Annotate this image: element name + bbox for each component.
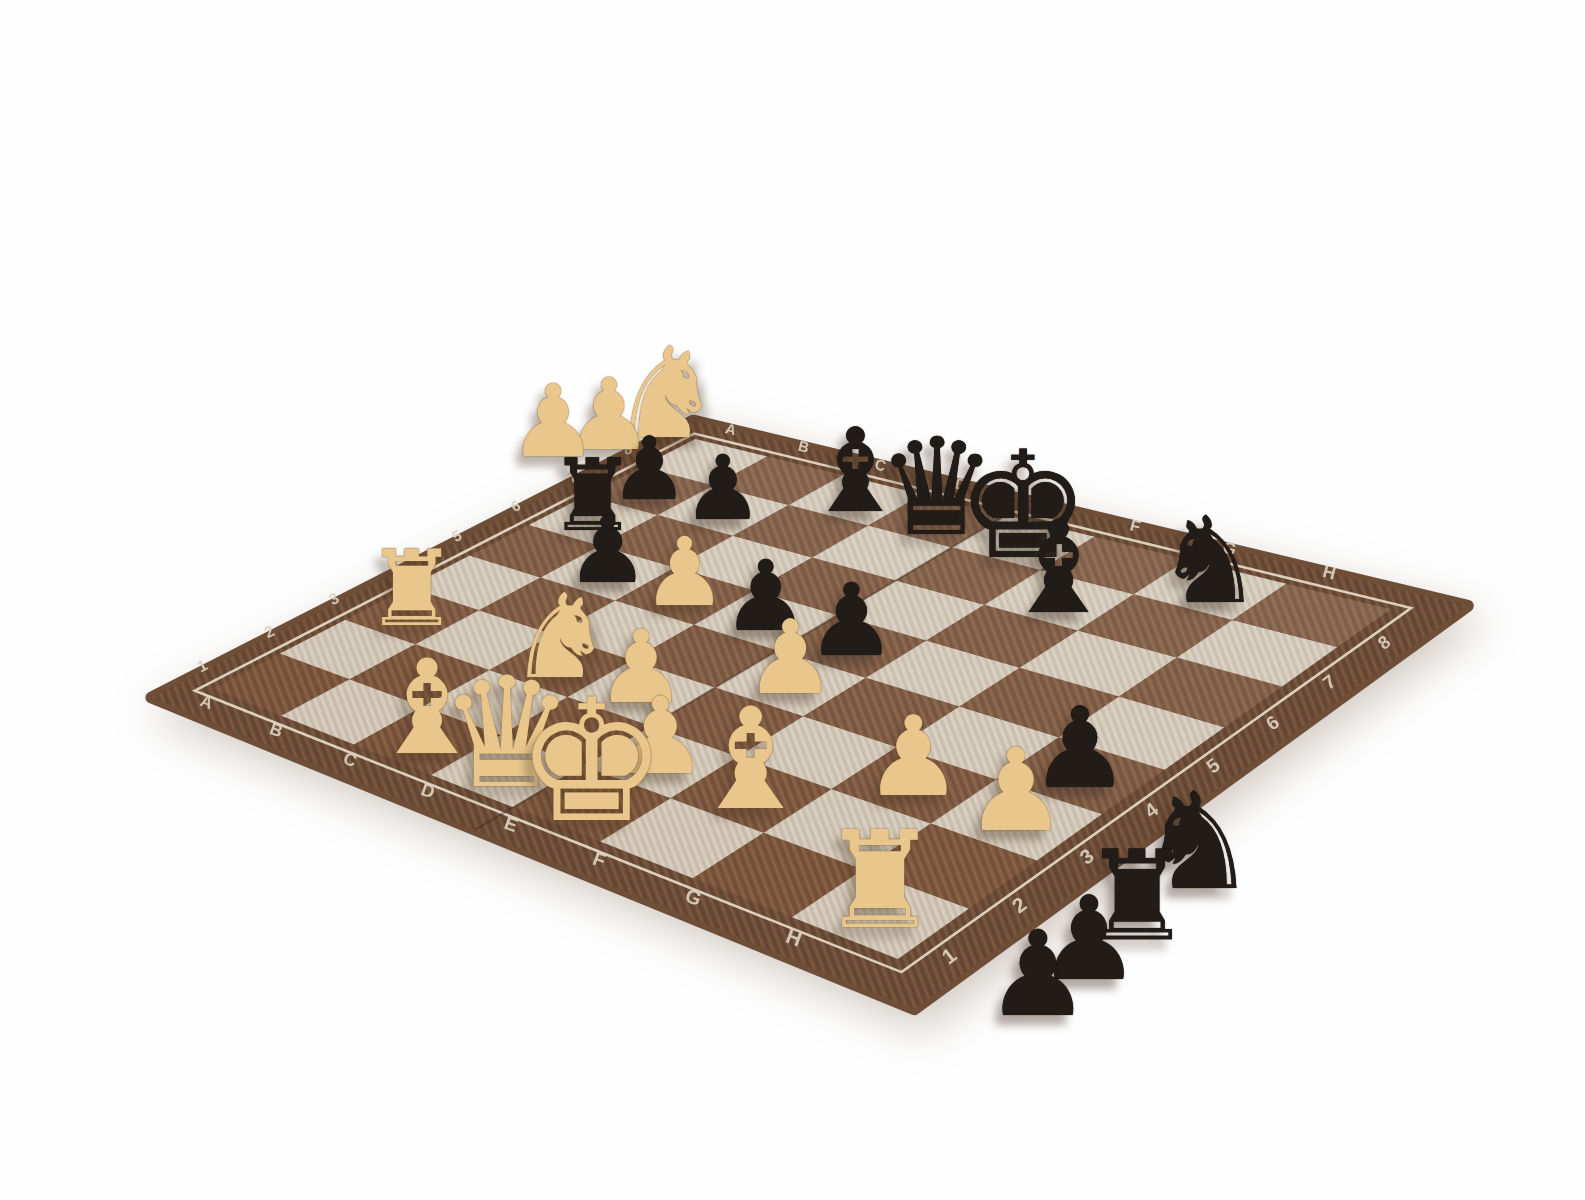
chess-board: A1A1B2B2C3C3D4D4E5E5F6F6G7G7H8H8 ♝♛♚♞♟♟♝… (0, 0, 1585, 1200)
chessboard-photo-scene: A1A1B2B2C3C3D4D4E5E5F6F6G7G7H8H8 ♝♛♚♞♟♟♝… (0, 0, 1585, 1200)
board-surface: A1A1B2B2C3C3D4D4E5E5F6F6G7G7H8H8 (0, 0, 1585, 1200)
